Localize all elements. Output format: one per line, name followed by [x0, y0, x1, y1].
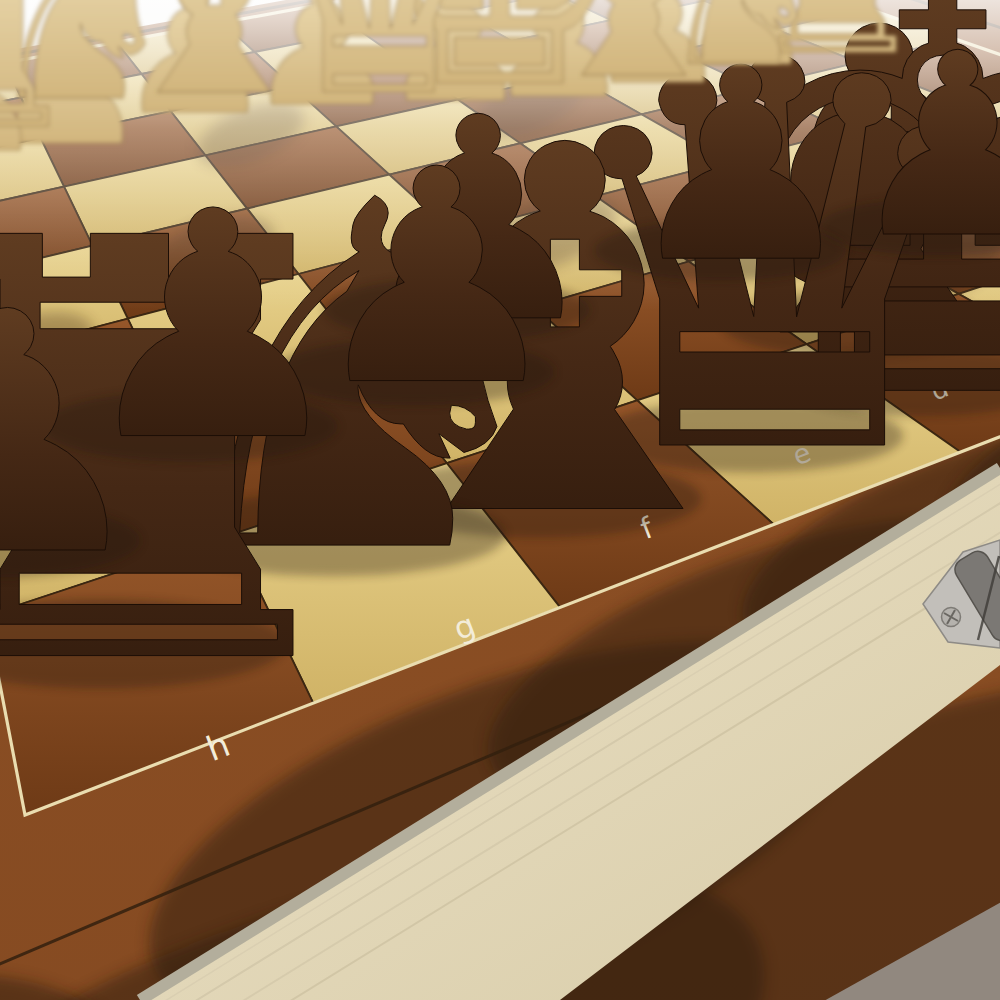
- piece-white-rook-h1: ♜: [0, 0, 92, 187]
- chess-scene: hgfed♞♝♚♛♝♞♜♟♟♟♟♟♟♟♟♟♟♟♟♟♟♟♟♜♞♝♚♛♝♞♜: [0, 0, 1000, 1000]
- hinge-screw: [942, 608, 961, 627]
- piece-glyph-rook: ♜: [0, 0, 92, 187]
- chess-photo-stage: hgfed♞♝♚♛♝♞♜♟♟♟♟♟♟♟♟♟♟♟♟♟♟♟♟♜♞♝♚♛♝♞♜: [0, 0, 1000, 1000]
- piece-glyph-pawn: ♟: [0, 242, 157, 628]
- piece-black-pawn-h7: ♟: [0, 242, 157, 628]
